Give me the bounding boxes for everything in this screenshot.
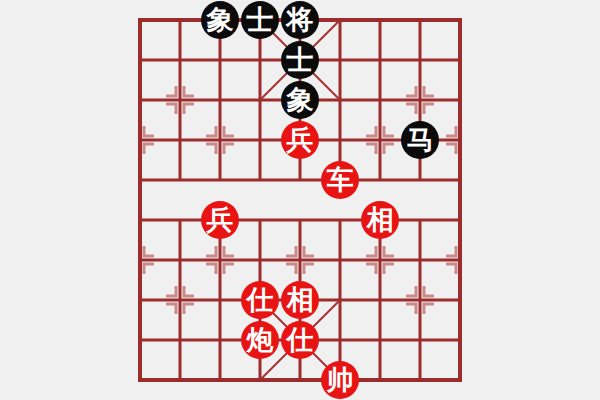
piece-black-general[interactable]: 将 <box>281 1 319 39</box>
piece-black-horse[interactable]: 马 <box>401 121 439 159</box>
piece-black-elephant[interactable]: 象 <box>281 81 319 119</box>
piece-red-elephant[interactable]: 相 <box>361 201 399 239</box>
piece-red-soldier[interactable]: 兵 <box>201 201 239 239</box>
piece-black-elephant[interactable]: 象 <box>201 1 239 39</box>
piece-red-advisor[interactable]: 仕 <box>281 321 319 359</box>
piece-red-advisor[interactable]: 仕 <box>241 281 279 319</box>
piece-red-chariot[interactable]: 车 <box>321 161 359 199</box>
piece-black-advisor[interactable]: 士 <box>241 1 279 39</box>
piece-red-general[interactable]: 帅 <box>321 361 359 399</box>
piece-red-elephant[interactable]: 相 <box>281 281 319 319</box>
piece-black-advisor[interactable]: 士 <box>281 41 319 79</box>
piece-red-soldier[interactable]: 兵 <box>281 121 319 159</box>
piece-red-cannon[interactable]: 炮 <box>241 321 279 359</box>
xiangqi-board-canvas: 象士将士象兵马车兵相仕相炮仕帅 <box>0 0 600 400</box>
pieces-layer: 象士将士象兵马车兵相仕相炮仕帅 <box>0 0 600 400</box>
